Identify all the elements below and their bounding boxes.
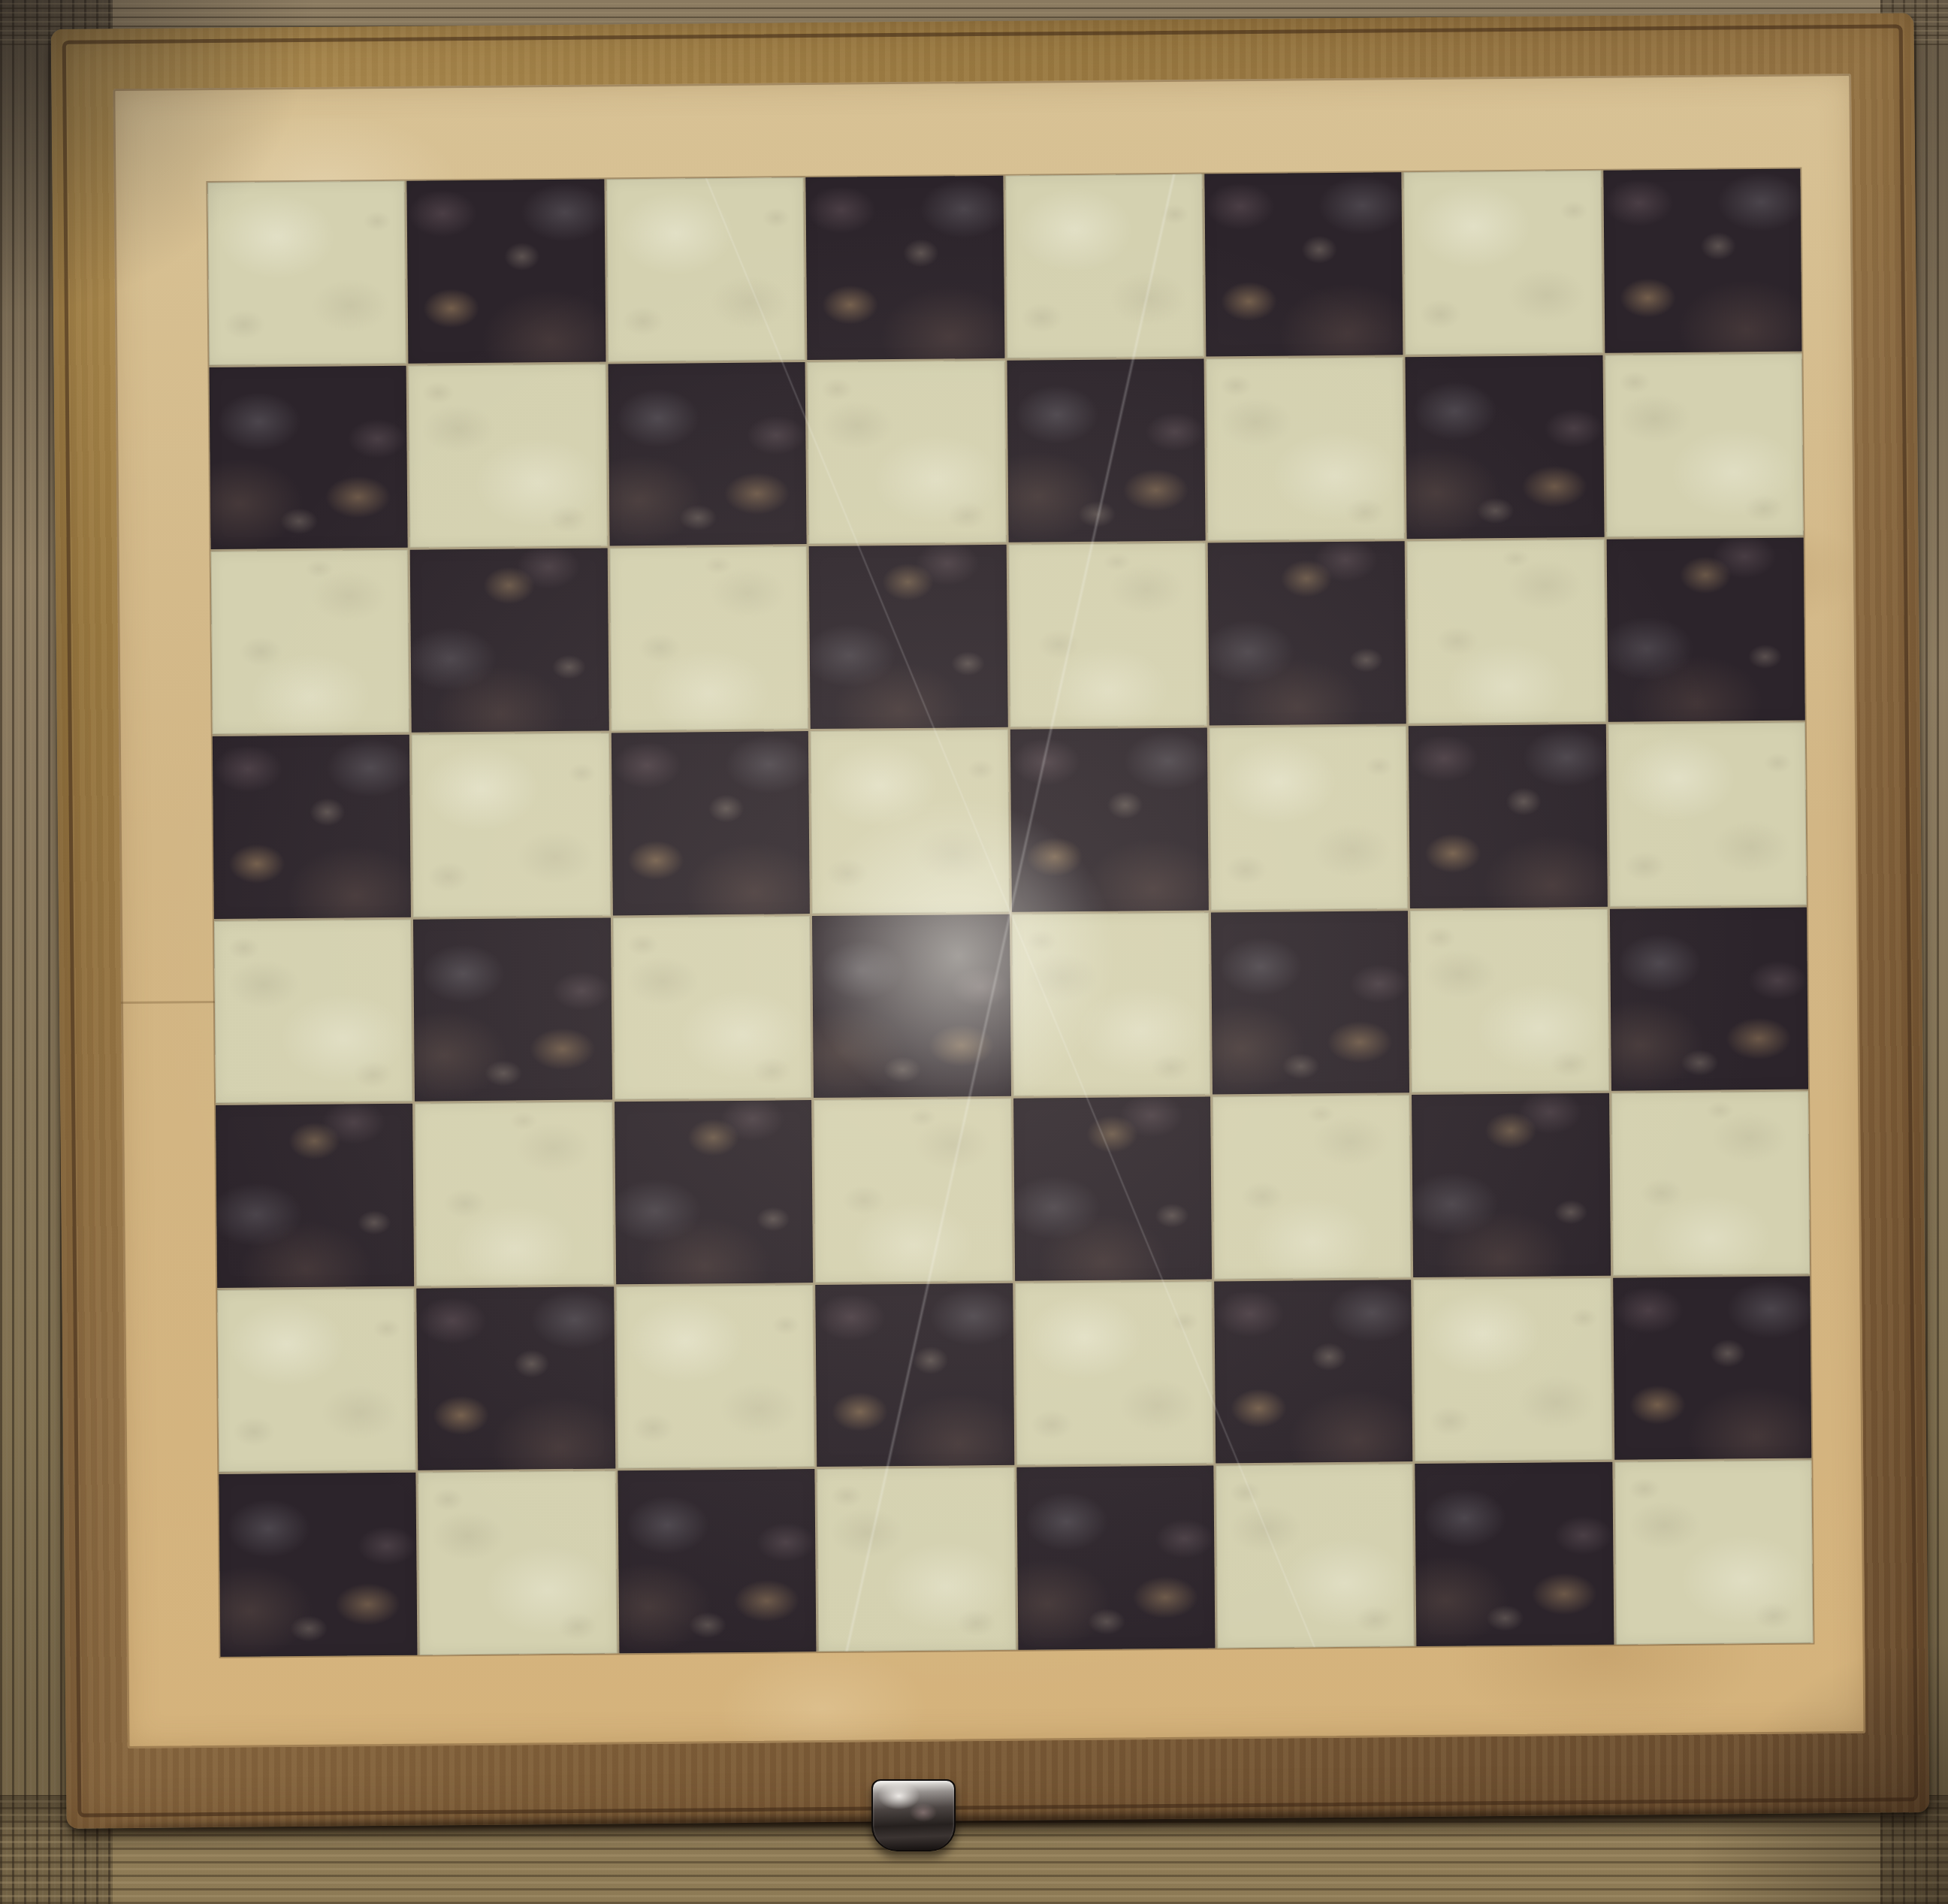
chess-box bbox=[51, 13, 1930, 1829]
square-b1[interactable] bbox=[418, 1471, 617, 1655]
square-c2[interactable] bbox=[616, 1285, 814, 1469]
square-g2[interactable] bbox=[1413, 1278, 1611, 1462]
square-b8[interactable] bbox=[407, 179, 606, 363]
square-f5[interactable] bbox=[1210, 726, 1408, 910]
square-a8[interactable] bbox=[207, 181, 406, 365]
square-e3[interactable] bbox=[1013, 1097, 1212, 1281]
square-e5[interactable] bbox=[1010, 727, 1208, 911]
square-e4[interactable] bbox=[1011, 912, 1210, 1096]
square-e8[interactable] bbox=[1005, 174, 1204, 358]
square-g5[interactable] bbox=[1409, 724, 1607, 908]
square-h3[interactable] bbox=[1611, 1092, 1810, 1276]
square-f4[interactable] bbox=[1211, 911, 1409, 1095]
square-a4[interactable] bbox=[214, 919, 412, 1103]
square-g4[interactable] bbox=[1410, 908, 1608, 1093]
square-g8[interactable] bbox=[1404, 171, 1602, 355]
square-b2[interactable] bbox=[417, 1286, 615, 1470]
square-g1[interactable] bbox=[1415, 1462, 1614, 1646]
square-a5[interactable] bbox=[213, 735, 411, 919]
square-d3[interactable] bbox=[814, 1099, 1012, 1283]
square-c5[interactable] bbox=[612, 731, 810, 915]
square-e1[interactable] bbox=[1016, 1466, 1215, 1650]
square-f8[interactable] bbox=[1204, 172, 1403, 356]
square-d4[interactable] bbox=[812, 914, 1010, 1098]
square-b3[interactable] bbox=[415, 1102, 613, 1286]
square-c6[interactable] bbox=[609, 546, 808, 730]
square-a3[interactable] bbox=[216, 1104, 414, 1288]
square-f1[interactable] bbox=[1216, 1464, 1414, 1648]
square-c3[interactable] bbox=[615, 1100, 813, 1284]
square-f7[interactable] bbox=[1206, 357, 1404, 541]
square-e7[interactable] bbox=[1007, 358, 1205, 542]
square-h8[interactable] bbox=[1603, 169, 1802, 353]
square-f3[interactable] bbox=[1213, 1095, 1411, 1279]
square-d7[interactable] bbox=[808, 360, 1006, 544]
square-b7[interactable] bbox=[409, 364, 607, 548]
square-b4[interactable] bbox=[413, 917, 612, 1102]
square-c8[interactable] bbox=[606, 177, 805, 361]
square-b6[interactable] bbox=[410, 549, 609, 733]
square-h6[interactable] bbox=[1606, 538, 1805, 722]
square-h5[interactable] bbox=[1608, 722, 1806, 906]
square-e2[interactable] bbox=[1015, 1281, 1213, 1465]
square-g7[interactable] bbox=[1406, 355, 1604, 539]
square-c4[interactable] bbox=[613, 916, 811, 1100]
square-b5[interactable] bbox=[412, 733, 610, 917]
square-h4[interactable] bbox=[1610, 907, 1808, 1091]
square-a6[interactable] bbox=[211, 550, 409, 734]
square-h2[interactable] bbox=[1613, 1276, 1811, 1460]
square-h7[interactable] bbox=[1605, 353, 1803, 537]
square-a7[interactable] bbox=[210, 365, 408, 549]
square-c7[interactable] bbox=[608, 362, 806, 546]
square-d8[interactable] bbox=[805, 176, 1004, 360]
square-a2[interactable] bbox=[217, 1288, 415, 1472]
photo-scene bbox=[0, 0, 1948, 1904]
square-d5[interactable] bbox=[811, 730, 1009, 914]
square-d2[interactable] bbox=[815, 1283, 1013, 1467]
square-f2[interactable] bbox=[1214, 1280, 1412, 1464]
square-a1[interactable] bbox=[219, 1473, 417, 1657]
square-d6[interactable] bbox=[809, 545, 1007, 729]
square-d1[interactable] bbox=[817, 1467, 1015, 1652]
square-h1[interactable] bbox=[1614, 1461, 1813, 1645]
square-g6[interactable] bbox=[1407, 539, 1605, 724]
metal-clasp bbox=[871, 1779, 956, 1851]
square-g3[interactable] bbox=[1412, 1093, 1610, 1277]
square-e6[interactable] bbox=[1008, 543, 1207, 727]
square-f6[interactable] bbox=[1207, 541, 1406, 725]
chess-board bbox=[207, 169, 1813, 1657]
square-c1[interactable] bbox=[618, 1469, 816, 1653]
